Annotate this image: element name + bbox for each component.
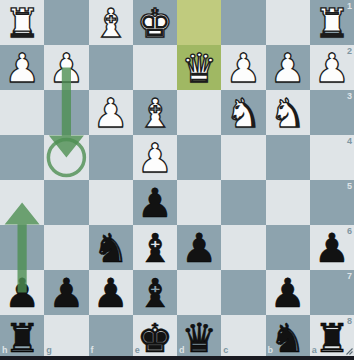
square-e6[interactable]: ♝ <box>133 225 177 270</box>
coord-file-f: f <box>91 345 94 355</box>
square-a7[interactable]: 7 <box>310 270 354 315</box>
piece-black-knight[interactable]: ♞ <box>89 225 133 270</box>
square-g4[interactable] <box>44 135 88 180</box>
square-d1[interactable] <box>177 0 221 45</box>
piece-white-pawn[interactable]: ♟ <box>0 45 44 90</box>
piece-white-pawn[interactable]: ♟ <box>266 45 310 90</box>
piece-black-rook[interactable]: ♜ <box>0 315 44 360</box>
square-g1[interactable] <box>44 0 88 45</box>
piece-black-bishop[interactable]: ♝ <box>133 270 177 315</box>
square-g2[interactable]: ♟ <box>44 45 88 90</box>
coord-file-g: g <box>46 345 52 355</box>
piece-black-knight[interactable]: ♞ <box>266 315 310 360</box>
square-b2[interactable]: ♟ <box>266 45 310 90</box>
piece-white-queen[interactable]: ♛ <box>177 45 221 90</box>
square-h7[interactable]: ♟ <box>0 270 44 315</box>
square-c2[interactable]: ♟ <box>221 45 265 90</box>
square-e3[interactable]: ♝ <box>133 90 177 135</box>
square-h4[interactable] <box>0 135 44 180</box>
piece-white-pawn[interactable]: ♟ <box>221 45 265 90</box>
piece-black-bishop[interactable]: ♝ <box>133 225 177 270</box>
square-c5[interactable] <box>221 180 265 225</box>
square-d8[interactable]: ♛d <box>177 315 221 360</box>
piece-white-rook[interactable]: ♜ <box>0 0 44 45</box>
square-g5[interactable] <box>44 180 88 225</box>
coord-rank-5: 5 <box>347 181 352 191</box>
square-a5[interactable]: 5 <box>310 180 354 225</box>
square-e5[interactable]: ♟ <box>133 180 177 225</box>
square-g3[interactable] <box>44 90 88 135</box>
piece-white-pawn[interactable]: ♟ <box>133 135 177 180</box>
square-h6[interactable] <box>0 225 44 270</box>
piece-black-pawn[interactable]: ♟ <box>310 225 354 270</box>
square-c6[interactable] <box>221 225 265 270</box>
coord-rank-4: 4 <box>347 136 352 146</box>
square-b5[interactable] <box>266 180 310 225</box>
square-h1[interactable]: ♜ <box>0 0 44 45</box>
square-g6[interactable] <box>44 225 88 270</box>
square-c4[interactable] <box>221 135 265 180</box>
piece-white-knight[interactable]: ♞ <box>221 90 265 135</box>
square-a1[interactable]: ♜1 <box>310 0 354 45</box>
piece-white-pawn[interactable]: ♟ <box>89 90 133 135</box>
square-h3[interactable] <box>0 90 44 135</box>
piece-black-pawn[interactable]: ♟ <box>133 180 177 225</box>
chess-board: ♜♝♚♜1♟♟♛♟♟♟2♟♝♞♞3♟4♟5♞♝♟♟6♟♟♟♝♟7♜hgf♚e♛d… <box>0 0 354 360</box>
square-f3[interactable]: ♟ <box>89 90 133 135</box>
square-h5[interactable] <box>0 180 44 225</box>
square-h2[interactable]: ♟ <box>0 45 44 90</box>
square-f4[interactable] <box>89 135 133 180</box>
square-c1[interactable] <box>221 0 265 45</box>
square-d2[interactable]: ♛ <box>177 45 221 90</box>
square-a2[interactable]: ♟2 <box>310 45 354 90</box>
square-a3[interactable]: 3 <box>310 90 354 135</box>
square-f6[interactable]: ♞ <box>89 225 133 270</box>
piece-black-pawn[interactable]: ♟ <box>0 270 44 315</box>
piece-black-pawn[interactable]: ♟ <box>266 270 310 315</box>
coord-rank-7: 7 <box>347 271 352 281</box>
square-c8[interactable]: c <box>221 315 265 360</box>
piece-white-pawn[interactable]: ♟ <box>44 45 88 90</box>
square-d7[interactable] <box>177 270 221 315</box>
square-e4[interactable]: ♟ <box>133 135 177 180</box>
square-d5[interactable] <box>177 180 221 225</box>
square-a4[interactable]: 4 <box>310 135 354 180</box>
square-d3[interactable] <box>177 90 221 135</box>
square-h8[interactable]: ♜h <box>0 315 44 360</box>
square-e1[interactable]: ♚ <box>133 0 177 45</box>
square-b1[interactable] <box>266 0 310 45</box>
square-b7[interactable]: ♟ <box>266 270 310 315</box>
piece-white-knight[interactable]: ♞ <box>266 90 310 135</box>
coord-rank-3: 3 <box>347 91 352 101</box>
piece-white-king[interactable]: ♚ <box>133 0 177 45</box>
square-e8[interactable]: ♚e <box>133 315 177 360</box>
square-g7[interactable]: ♟ <box>44 270 88 315</box>
square-f7[interactable]: ♟ <box>89 270 133 315</box>
square-f2[interactable] <box>89 45 133 90</box>
square-d4[interactable] <box>177 135 221 180</box>
square-g8[interactable]: g <box>44 315 88 360</box>
square-c3[interactable]: ♞ <box>221 90 265 135</box>
piece-white-bishop[interactable]: ♝ <box>89 0 133 45</box>
square-e7[interactable]: ♝ <box>133 270 177 315</box>
square-a6[interactable]: ♟6 <box>310 225 354 270</box>
square-b6[interactable] <box>266 225 310 270</box>
piece-white-rook[interactable]: ♜ <box>310 0 354 45</box>
piece-black-king[interactable]: ♚ <box>133 315 177 360</box>
piece-black-pawn[interactable]: ♟ <box>177 225 221 270</box>
coord-file-c: c <box>223 345 228 355</box>
piece-black-pawn[interactable]: ♟ <box>44 270 88 315</box>
resize-handle-icon[interactable] <box>345 347 353 355</box>
bottom-edge-bar <box>0 356 354 360</box>
piece-black-pawn[interactable]: ♟ <box>89 270 133 315</box>
square-b4[interactable] <box>266 135 310 180</box>
square-b8[interactable]: ♞b <box>266 315 310 360</box>
piece-white-bishop[interactable]: ♝ <box>133 90 177 135</box>
square-b3[interactable]: ♞ <box>266 90 310 135</box>
square-f5[interactable] <box>89 180 133 225</box>
square-c7[interactable] <box>221 270 265 315</box>
square-f1[interactable]: ♝ <box>89 0 133 45</box>
piece-black-queen[interactable]: ♛ <box>177 315 221 360</box>
square-f8[interactable]: f <box>89 315 133 360</box>
piece-white-pawn[interactable]: ♟ <box>310 45 354 90</box>
square-e2[interactable] <box>133 45 177 90</box>
square-d6[interactable]: ♟ <box>177 225 221 270</box>
chess-board-app: ♜♝♚♜1♟♟♛♟♟♟2♟♝♞♞3♟4♟5♞♝♟♟6♟♟♟♝♟7♜hgf♚e♛d… <box>0 0 354 360</box>
